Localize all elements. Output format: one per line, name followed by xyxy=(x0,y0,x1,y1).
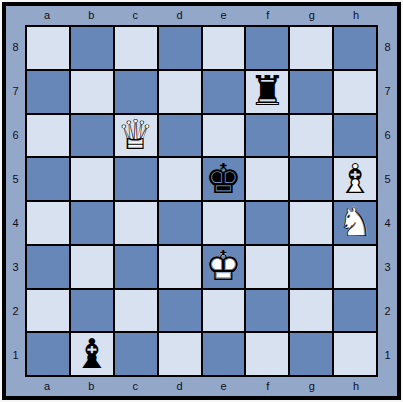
square-f6[interactable] xyxy=(246,115,288,157)
square-f8[interactable] xyxy=(246,27,288,69)
square-d6[interactable] xyxy=(159,115,201,157)
square-c1[interactable] xyxy=(115,333,157,375)
file-label-f: f xyxy=(246,6,290,25)
rank-label-2: 2 xyxy=(378,289,397,333)
square-f7[interactable]: ♜ xyxy=(246,71,288,113)
square-c8[interactable] xyxy=(115,27,157,69)
square-e4[interactable] xyxy=(203,202,245,244)
file-label-c: c xyxy=(113,6,157,25)
file-label-f: f xyxy=(246,377,290,396)
rank-labels-left: 87654321 xyxy=(6,25,25,377)
file-labels-top: abcdefgh xyxy=(25,6,378,25)
square-b3[interactable] xyxy=(71,246,113,288)
square-b2[interactable] xyxy=(71,290,113,332)
square-d8[interactable] xyxy=(159,27,201,69)
rank-label-6: 6 xyxy=(378,113,397,157)
rank-label-7: 7 xyxy=(378,69,397,113)
white-king-piece[interactable]: ♚♔ xyxy=(205,246,242,287)
file-label-d: d xyxy=(157,377,201,396)
square-a2[interactable] xyxy=(27,290,69,332)
square-e2[interactable] xyxy=(203,290,245,332)
piece-glyph: ♝ xyxy=(73,334,110,375)
file-label-c: c xyxy=(113,377,157,396)
board-frame: abcdefgh 87654321 ♜♛♕♚♝♗♞♘♚♔♝ 87654321 a… xyxy=(2,2,401,400)
rank-labels-right: 87654321 xyxy=(378,25,397,377)
file-label-g: g xyxy=(290,6,334,25)
rank-label-5: 5 xyxy=(6,157,25,201)
file-label-a: a xyxy=(25,377,69,396)
square-f4[interactable] xyxy=(246,202,288,244)
square-c6[interactable]: ♛♕ xyxy=(115,115,157,157)
black-rook-piece[interactable]: ♜ xyxy=(249,71,286,112)
square-c2[interactable] xyxy=(115,290,157,332)
chess-diagram-window: abcdefgh 87654321 ♜♛♕♚♝♗♞♘♚♔♝ 87654321 a… xyxy=(0,0,403,402)
square-f1[interactable] xyxy=(246,333,288,375)
square-h2[interactable] xyxy=(334,290,376,332)
square-a7[interactable] xyxy=(27,71,69,113)
square-e7[interactable] xyxy=(203,71,245,113)
file-label-b: b xyxy=(69,377,113,396)
rank-label-3: 3 xyxy=(6,245,25,289)
square-e3[interactable]: ♚♔ xyxy=(203,246,245,288)
square-c4[interactable] xyxy=(115,202,157,244)
piece-outline-layer: ♗ xyxy=(337,159,374,200)
corner-bottom-right xyxy=(378,377,397,396)
square-h5[interactable]: ♝♗ xyxy=(334,158,376,200)
square-h8[interactable] xyxy=(334,27,376,69)
square-f2[interactable] xyxy=(246,290,288,332)
square-g7[interactable] xyxy=(290,71,332,113)
square-g8[interactable] xyxy=(290,27,332,69)
piece-glyph: ♜ xyxy=(249,71,286,112)
file-label-b: b xyxy=(69,6,113,25)
file-labels-bottom: abcdefgh xyxy=(25,377,378,396)
square-a1[interactable] xyxy=(27,333,69,375)
square-h4[interactable]: ♞♘ xyxy=(334,202,376,244)
square-a3[interactable] xyxy=(27,246,69,288)
piece-outline-layer: ♕ xyxy=(117,115,154,156)
square-d1[interactable] xyxy=(159,333,201,375)
rank-label-3: 3 xyxy=(378,245,397,289)
square-f5[interactable] xyxy=(246,158,288,200)
square-c7[interactable] xyxy=(115,71,157,113)
square-g6[interactable] xyxy=(290,115,332,157)
square-e5[interactable]: ♚ xyxy=(203,158,245,200)
piece-glyph: ♚ xyxy=(205,159,242,200)
rank-label-6: 6 xyxy=(6,113,25,157)
square-b5[interactable] xyxy=(71,158,113,200)
square-h1[interactable] xyxy=(334,333,376,375)
file-label-a: a xyxy=(25,6,69,25)
square-g3[interactable] xyxy=(290,246,332,288)
square-a6[interactable] xyxy=(27,115,69,157)
square-e1[interactable] xyxy=(203,333,245,375)
rank-label-1: 1 xyxy=(6,333,25,377)
black-king-piece[interactable]: ♚ xyxy=(205,159,242,200)
corner-top-left xyxy=(6,6,25,25)
rank-label-8: 8 xyxy=(6,25,25,69)
white-queen-piece[interactable]: ♛♕ xyxy=(117,115,154,156)
square-c3[interactable] xyxy=(115,246,157,288)
file-label-e: e xyxy=(202,6,246,25)
black-bishop-piece[interactable]: ♝ xyxy=(73,334,110,375)
square-b7[interactable] xyxy=(71,71,113,113)
piece-outline-layer: ♔ xyxy=(205,246,242,287)
piece-outline-layer: ♘ xyxy=(337,202,374,243)
rank-label-1: 1 xyxy=(378,333,397,377)
file-label-h: h xyxy=(334,377,378,396)
white-bishop-piece[interactable]: ♝♗ xyxy=(337,159,374,200)
corner-bottom-left xyxy=(6,377,25,396)
square-d7[interactable] xyxy=(159,71,201,113)
square-g2[interactable] xyxy=(290,290,332,332)
square-c5[interactable] xyxy=(115,158,157,200)
square-b1[interactable]: ♝ xyxy=(71,333,113,375)
white-knight-piece[interactable]: ♞♘ xyxy=(337,202,374,243)
square-f3[interactable] xyxy=(246,246,288,288)
square-a8[interactable] xyxy=(27,27,69,69)
square-d2[interactable] xyxy=(159,290,201,332)
file-label-g: g xyxy=(290,377,334,396)
rank-label-4: 4 xyxy=(6,201,25,245)
square-d4[interactable] xyxy=(159,202,201,244)
square-g5[interactable] xyxy=(290,158,332,200)
square-d3[interactable] xyxy=(159,246,201,288)
square-g4[interactable] xyxy=(290,202,332,244)
square-d5[interactable] xyxy=(159,158,201,200)
square-h7[interactable] xyxy=(334,71,376,113)
square-b6[interactable] xyxy=(71,115,113,157)
rank-label-4: 4 xyxy=(378,201,397,245)
square-a4[interactable] xyxy=(27,202,69,244)
square-h3[interactable] xyxy=(334,246,376,288)
rank-label-8: 8 xyxy=(378,25,397,69)
square-e8[interactable] xyxy=(203,27,245,69)
square-b4[interactable] xyxy=(71,202,113,244)
rank-label-5: 5 xyxy=(378,157,397,201)
square-b8[interactable] xyxy=(71,27,113,69)
square-g1[interactable] xyxy=(290,333,332,375)
square-a5[interactable] xyxy=(27,158,69,200)
chessboard: ♜♛♕♚♝♗♞♘♚♔♝ xyxy=(25,25,378,377)
square-h6[interactable] xyxy=(334,115,376,157)
rank-label-7: 7 xyxy=(6,69,25,113)
corner-top-right xyxy=(378,6,397,25)
square-e6[interactable] xyxy=(203,115,245,157)
rank-label-2: 2 xyxy=(6,289,25,333)
file-label-d: d xyxy=(157,6,201,25)
file-label-h: h xyxy=(334,6,378,25)
file-label-e: e xyxy=(202,377,246,396)
